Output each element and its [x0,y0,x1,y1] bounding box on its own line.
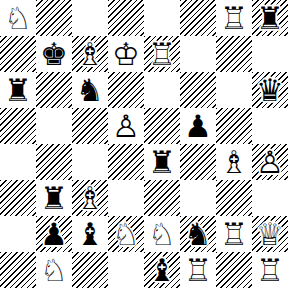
square-c7[interactable]: ♝♗ [72,36,108,72]
piece-white-rook-h1[interactable]: ♜♖ [252,252,288,288]
piece-white-pawn-h4[interactable]: ♟♙ [252,144,288,180]
square-b4[interactable] [36,144,72,180]
white-piece-outline: ♖ [216,0,252,36]
white-piece-outline: ♘ [0,0,36,36]
piece-white-knight-d2[interactable]: ♞♘ [108,216,144,252]
black-piece-glyph: ♝ [72,216,108,252]
piece-black-pawn-b2[interactable]: ♟ [36,216,72,252]
piece-white-rook-g8[interactable]: ♜♖ [216,0,252,36]
piece-black-king-b7[interactable]: ♚ [36,36,72,72]
square-c1[interactable] [72,252,108,288]
white-piece-outline: ♘ [144,216,180,252]
chess-board: ♞♘♜♖♜♚♝♗♚♔♜♖♜♞♛♟♙♟♜♝♗♟♙♜♝♗♟♝♞♘♞♘♞♜♖♛♕♞♘♝… [0,0,288,288]
piece-white-king-d7[interactable]: ♚♔ [108,36,144,72]
square-c8[interactable] [72,0,108,36]
square-f5[interactable]: ♟ [180,108,216,144]
piece-white-queen-h2[interactable]: ♛♕ [252,216,288,252]
black-piece-glyph: ♛ [252,72,288,108]
square-b1[interactable]: ♞♘ [36,252,72,288]
piece-white-knight-a8[interactable]: ♞♘ [0,0,36,36]
square-h4[interactable]: ♟♙ [252,144,288,180]
piece-black-knight-f2[interactable]: ♞ [180,216,216,252]
square-a6[interactable]: ♜ [0,72,36,108]
square-g6[interactable] [216,72,252,108]
square-a5[interactable] [0,108,36,144]
square-g2[interactable]: ♜♖ [216,216,252,252]
white-piece-outline: ♖ [216,216,252,252]
piece-black-rook-b3[interactable]: ♜ [36,180,72,216]
white-piece-outline: ♖ [144,36,180,72]
square-g5[interactable] [216,108,252,144]
white-piece-outline: ♘ [36,252,72,288]
square-c2[interactable]: ♝ [72,216,108,252]
square-d8[interactable] [108,0,144,36]
black-piece-glyph: ♞ [180,216,216,252]
black-piece-glyph: ♟ [180,108,216,144]
black-piece-glyph: ♝ [144,252,180,288]
square-a7[interactable] [0,36,36,72]
square-d4[interactable] [108,144,144,180]
square-g8[interactable]: ♜♖ [216,0,252,36]
piece-white-rook-g2[interactable]: ♜♖ [216,216,252,252]
black-piece-glyph: ♚ [36,36,72,72]
piece-black-rook-h8[interactable]: ♜ [252,0,288,36]
square-h8[interactable]: ♜ [252,0,288,36]
piece-black-knight-c6[interactable]: ♞ [72,72,108,108]
square-f1[interactable]: ♜♖ [180,252,216,288]
square-h5[interactable] [252,108,288,144]
square-b2[interactable]: ♟ [36,216,72,252]
square-e1[interactable]: ♝ [144,252,180,288]
square-f6[interactable] [180,72,216,108]
white-piece-outline: ♘ [108,216,144,252]
white-piece-outline: ♗ [72,180,108,216]
square-b5[interactable] [36,108,72,144]
square-d1[interactable] [108,252,144,288]
square-b3[interactable]: ♜ [36,180,72,216]
square-b6[interactable] [36,72,72,108]
square-d3[interactable] [108,180,144,216]
black-piece-glyph: ♜ [36,180,72,216]
square-d6[interactable] [108,72,144,108]
black-piece-glyph: ♜ [252,0,288,36]
square-f4[interactable] [180,144,216,180]
square-e6[interactable] [144,72,180,108]
piece-black-rook-e4[interactable]: ♜ [144,144,180,180]
square-e4[interactable]: ♜ [144,144,180,180]
square-d5[interactable]: ♟♙ [108,108,144,144]
white-piece-outline: ♖ [180,252,216,288]
piece-white-bishop-c3[interactable]: ♝♗ [72,180,108,216]
piece-black-queen-h6[interactable]: ♛ [252,72,288,108]
square-h6[interactable]: ♛ [252,72,288,108]
black-piece-glyph: ♜ [144,144,180,180]
black-piece-glyph: ♜ [0,72,36,108]
white-piece-outline: ♕ [252,216,288,252]
square-e5[interactable] [144,108,180,144]
piece-white-rook-e7[interactable]: ♜♖ [144,36,180,72]
white-piece-outline: ♙ [108,108,144,144]
square-c6[interactable]: ♞ [72,72,108,108]
square-e2[interactable]: ♞♘ [144,216,180,252]
square-a3[interactable] [0,180,36,216]
piece-white-knight-e2[interactable]: ♞♘ [144,216,180,252]
square-f2[interactable]: ♞ [180,216,216,252]
square-b8[interactable] [36,0,72,36]
square-e3[interactable] [144,180,180,216]
piece-white-bishop-c7[interactable]: ♝♗ [72,36,108,72]
white-piece-outline: ♗ [72,36,108,72]
square-h3[interactable] [252,180,288,216]
square-c5[interactable] [72,108,108,144]
piece-white-rook-f1[interactable]: ♜♖ [180,252,216,288]
piece-white-knight-b1[interactable]: ♞♘ [36,252,72,288]
black-piece-glyph: ♟ [36,216,72,252]
square-d7[interactable]: ♚♔ [108,36,144,72]
piece-black-bishop-e1[interactable]: ♝ [144,252,180,288]
square-h7[interactable] [252,36,288,72]
square-g3[interactable] [216,180,252,216]
square-f8[interactable] [180,0,216,36]
square-a2[interactable] [0,216,36,252]
square-b7[interactable]: ♚ [36,36,72,72]
piece-black-pawn-f5[interactable]: ♟ [180,108,216,144]
square-g7[interactable] [216,36,252,72]
square-c3[interactable]: ♝♗ [72,180,108,216]
white-piece-outline: ♙ [252,144,288,180]
square-a1[interactable] [0,252,36,288]
square-f7[interactable] [180,36,216,72]
piece-black-bishop-c2[interactable]: ♝ [72,216,108,252]
square-h2[interactable]: ♛♕ [252,216,288,252]
piece-white-pawn-d5[interactable]: ♟♙ [108,108,144,144]
piece-black-rook-a6[interactable]: ♜ [0,72,36,108]
square-e7[interactable]: ♜♖ [144,36,180,72]
white-piece-outline: ♔ [108,36,144,72]
square-g1[interactable] [216,252,252,288]
square-g4[interactable]: ♝♗ [216,144,252,180]
piece-white-bishop-g4[interactable]: ♝♗ [216,144,252,180]
white-piece-outline: ♗ [216,144,252,180]
square-d2[interactable]: ♞♘ [108,216,144,252]
square-f3[interactable] [180,180,216,216]
square-h1[interactable]: ♜♖ [252,252,288,288]
square-e8[interactable] [144,0,180,36]
square-a8[interactable]: ♞♘ [0,0,36,36]
square-a4[interactable] [0,144,36,180]
white-piece-outline: ♖ [252,252,288,288]
black-piece-glyph: ♞ [72,72,108,108]
square-c4[interactable] [72,144,108,180]
